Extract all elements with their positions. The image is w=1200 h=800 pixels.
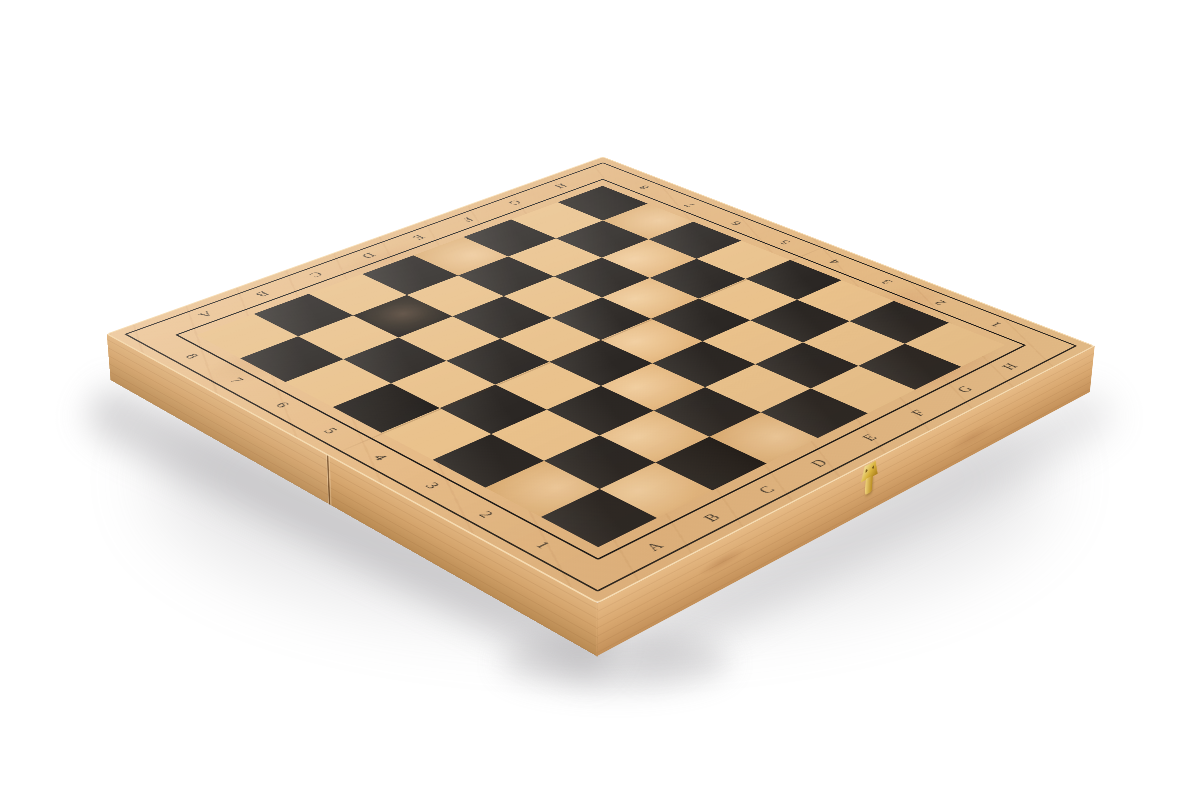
square-b6 bbox=[343, 338, 446, 384]
square-a1 bbox=[541, 489, 657, 547]
square-c3 bbox=[546, 386, 653, 436]
square-a5 bbox=[332, 383, 439, 432]
perspective-scene: ABCDEFGH ABCDEFGH 87654321 87654321 bbox=[0, 0, 1200, 800]
square-e3 bbox=[652, 341, 755, 387]
square-b3 bbox=[490, 410, 599, 461]
rank-labels-left: 87654321 bbox=[156, 340, 586, 568]
fold-seam bbox=[326, 454, 331, 506]
square-f2 bbox=[755, 342, 858, 388]
square-a6 bbox=[285, 359, 390, 407]
square-b2 bbox=[544, 435, 655, 489]
square-d4 bbox=[549, 340, 652, 386]
square-f1 bbox=[810, 366, 915, 414]
square-d1 bbox=[709, 412, 818, 464]
square-c2 bbox=[600, 411, 709, 463]
clasp-hook bbox=[865, 475, 873, 495]
photo-background: ABCDEFGH ABCDEFGH 87654321 87654321 bbox=[0, 0, 1200, 800]
square-b1 bbox=[599, 462, 713, 518]
square-c4 bbox=[495, 362, 600, 410]
chess-board: ABCDEFGH ABCDEFGH 87654321 87654321 bbox=[106, 157, 1096, 604]
square-a3 bbox=[432, 434, 543, 488]
square-e1 bbox=[760, 388, 867, 438]
square-g1 bbox=[858, 344, 961, 390]
square-b5 bbox=[390, 361, 495, 409]
file-labels-near: ABCDEFGH bbox=[611, 350, 1046, 569]
square-e2 bbox=[705, 364, 810, 412]
square-c5 bbox=[446, 339, 549, 385]
square-b4 bbox=[439, 385, 546, 434]
board-top-face: ABCDEFGH ABCDEFGH 87654321 87654321 bbox=[106, 157, 1096, 604]
square-a7 bbox=[240, 336, 343, 382]
square-d3 bbox=[600, 363, 705, 411]
surface-sheen bbox=[109, 157, 1093, 601]
square-a4 bbox=[381, 408, 490, 459]
square-d2 bbox=[653, 387, 760, 437]
square-c1 bbox=[655, 437, 766, 491]
square-a2 bbox=[485, 461, 599, 517]
